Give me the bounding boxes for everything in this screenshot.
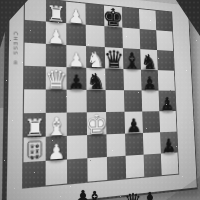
square-r8c4[interactable]: [87, 157, 107, 182]
square-r6c5[interactable]: [106, 112, 125, 135]
square-r1c6[interactable]: [122, 7, 140, 29]
piece-white-queen[interactable]: ♛: [45, 66, 68, 92]
chess-board[interactable]: CHESS ® ♛♚♛♜♞♜ ♜♟♚♟♟♞♛♝♞♛♟♞♟♟♜♝♚♟♟♟: [2, 0, 198, 200]
square-r1c1[interactable]: [25, 0, 46, 22]
square-r8c6[interactable]: [126, 155, 145, 179]
square-r8c1[interactable]: [23, 161, 45, 188]
piece-white-pawn[interactable]: ♟: [68, 50, 85, 70]
square-r8c7[interactable]: [144, 154, 162, 177]
square-r3c1[interactable]: [24, 43, 46, 67]
offboard-piece-black[interactable]: ♛: [124, 191, 141, 200]
square-r5c5[interactable]: [106, 90, 125, 112]
square-r7c7[interactable]: [143, 132, 161, 154]
square-r1c8[interactable]: [156, 11, 173, 32]
offboard-piece-black[interactable]: ♝: [86, 189, 103, 200]
square-r2c8[interactable]: [156, 30, 173, 51]
board-brand-text: CHESS ®: [12, 31, 19, 66]
piece-white-rook[interactable]: ♜: [24, 116, 46, 141]
dust-speckles: [0, 0, 1, 1]
piece-black-king[interactable]: ♚: [102, 5, 123, 31]
chessboard-photo: CHESS ® ♛♚♛♜♞♜ ♜♟♚♟♟♞♛♝♞♛♟♞♟♟♜♝♚♟♟♟ ♟♝♛♟: [0, 0, 200, 200]
square-r7c5[interactable]: [106, 134, 125, 157]
piece-white-rook[interactable]: ♜: [46, 2, 66, 25]
piece-black-bishop[interactable]: ♝: [123, 50, 142, 72]
piece-black-pawn[interactable]: ♟: [162, 137, 177, 156]
square-r2c6[interactable]: [122, 28, 140, 50]
piece-black-pawn[interactable]: ♟: [142, 75, 157, 93]
square-r2c1[interactable]: [25, 20, 46, 44]
square-r8c3[interactable]: [67, 158, 88, 183]
piece-black-pawn[interactable]: ♟: [68, 73, 85, 93]
square-r8c5[interactable]: [107, 156, 126, 180]
piece-white-pawn[interactable]: ♟: [47, 27, 64, 47]
piece-white-bishop[interactable]: ♝: [45, 114, 67, 139]
square-r5c6[interactable]: [124, 90, 142, 112]
square-r7c3[interactable]: [67, 135, 88, 159]
piece-black-queen[interactable]: ♛: [104, 47, 125, 72]
square-r3c8[interactable]: [157, 50, 174, 71]
square-r4c1[interactable]: [24, 66, 46, 90]
brand-emblem-icon: ♛♚♛♜♞♜: [27, 141, 41, 158]
offboard-piece-black[interactable]: ♟: [141, 190, 158, 200]
piece-white-king[interactable]: ♚: [85, 111, 108, 138]
square-r6c7[interactable]: [142, 111, 160, 133]
piece-white-pawn[interactable]: ♟: [47, 142, 65, 164]
piece-white-pawn[interactable]: ♟: [68, 7, 85, 27]
piece-black-knight[interactable]: ♞: [140, 52, 157, 73]
square-r1c7[interactable]: [139, 9, 156, 30]
piece-black-knight[interactable]: ♞: [86, 70, 105, 92]
square-r6c3[interactable]: [67, 112, 87, 136]
square-r5c1[interactable]: [24, 89, 46, 113]
piece-black-pawn[interactable]: ♟: [126, 117, 142, 136]
square-r4c8[interactable]: [158, 70, 175, 91]
piece-black-pawn[interactable]: ♟: [160, 96, 175, 114]
square-r2c7[interactable]: [140, 29, 157, 50]
